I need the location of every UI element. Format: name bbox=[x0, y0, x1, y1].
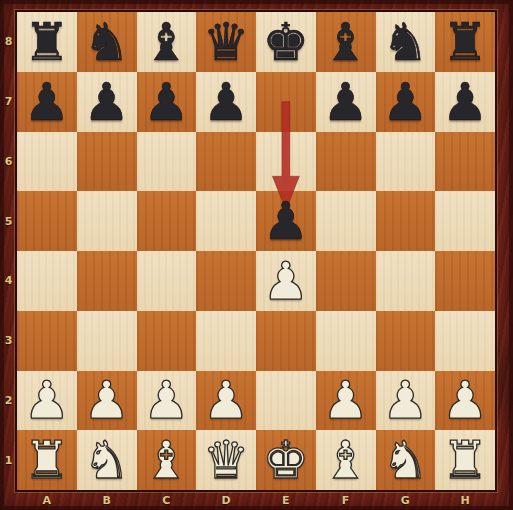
piece-black-pawn-e5[interactable]: ♟ bbox=[263, 195, 310, 247]
square-d2[interactable]: ♟ bbox=[196, 371, 256, 431]
square-e1[interactable]: ♚ bbox=[256, 430, 316, 490]
square-d1[interactable]: ♛ bbox=[196, 430, 256, 490]
piece-white-rook-a1[interactable]: ♜ bbox=[24, 434, 71, 486]
piece-black-pawn-g7[interactable]: ♟ bbox=[382, 76, 429, 128]
piece-black-bishop-f8[interactable]: ♝ bbox=[322, 16, 369, 68]
square-a1[interactable]: ♜ bbox=[17, 430, 77, 490]
file-label-h: H bbox=[435, 490, 495, 510]
piece-black-knight-b8[interactable]: ♞ bbox=[83, 16, 130, 68]
piece-white-knight-b1[interactable]: ♞ bbox=[83, 434, 130, 486]
piece-black-pawn-c7[interactable]: ♟ bbox=[143, 76, 190, 128]
square-f3[interactable] bbox=[316, 311, 376, 371]
square-c3[interactable] bbox=[137, 311, 197, 371]
square-f4[interactable] bbox=[316, 251, 376, 311]
piece-black-pawn-a7[interactable]: ♟ bbox=[24, 76, 71, 128]
piece-white-pawn-f2[interactable]: ♟ bbox=[322, 374, 369, 426]
square-g8[interactable]: ♞ bbox=[376, 12, 436, 72]
file-label-c: C bbox=[137, 490, 197, 510]
square-e8[interactable]: ♚ bbox=[256, 12, 316, 72]
square-g6[interactable] bbox=[376, 132, 436, 192]
piece-white-pawn-b2[interactable]: ♟ bbox=[83, 374, 130, 426]
piece-black-queen-d8[interactable]: ♛ bbox=[203, 16, 250, 68]
piece-white-pawn-d2[interactable]: ♟ bbox=[203, 374, 250, 426]
piece-white-bishop-f1[interactable]: ♝ bbox=[322, 434, 369, 486]
rank-labels: 87654321 bbox=[0, 12, 17, 490]
square-h8[interactable]: ♜ bbox=[435, 12, 495, 72]
file-label-a: A bbox=[17, 490, 77, 510]
square-c4[interactable] bbox=[137, 251, 197, 311]
chess-diagram: 87654321 ♜♞♝♛♚♝♞♜♟♟♟♟♟♟♟♟♟♟♟♟♟♟♟♟♜♞♝♛♚♝♞… bbox=[0, 0, 513, 510]
square-g7[interactable]: ♟ bbox=[376, 72, 436, 132]
square-c6[interactable] bbox=[137, 132, 197, 192]
piece-black-pawn-b7[interactable]: ♟ bbox=[83, 76, 130, 128]
square-b3[interactable] bbox=[77, 311, 137, 371]
square-f6[interactable] bbox=[316, 132, 376, 192]
piece-white-pawn-e4[interactable]: ♟ bbox=[263, 255, 310, 307]
square-c7[interactable]: ♟ bbox=[137, 72, 197, 132]
square-b1[interactable]: ♞ bbox=[77, 430, 137, 490]
square-b2[interactable]: ♟ bbox=[77, 371, 137, 431]
piece-black-pawn-f7[interactable]: ♟ bbox=[322, 76, 369, 128]
square-h6[interactable] bbox=[435, 132, 495, 192]
square-e5[interactable]: ♟ bbox=[256, 191, 316, 251]
square-a3[interactable] bbox=[17, 311, 77, 371]
square-b5[interactable] bbox=[77, 191, 137, 251]
square-d5[interactable] bbox=[196, 191, 256, 251]
square-h5[interactable] bbox=[435, 191, 495, 251]
square-g5[interactable] bbox=[376, 191, 436, 251]
square-b7[interactable]: ♟ bbox=[77, 72, 137, 132]
rank-label-6: 6 bbox=[0, 132, 17, 192]
square-e6[interactable] bbox=[256, 132, 316, 192]
square-c2[interactable]: ♟ bbox=[137, 371, 197, 431]
square-d8[interactable]: ♛ bbox=[196, 12, 256, 72]
square-b6[interactable] bbox=[77, 132, 137, 192]
square-f2[interactable]: ♟ bbox=[316, 371, 376, 431]
square-a2[interactable]: ♟ bbox=[17, 371, 77, 431]
rank-label-3: 3 bbox=[0, 311, 17, 371]
square-e3[interactable] bbox=[256, 311, 316, 371]
square-d6[interactable] bbox=[196, 132, 256, 192]
square-g4[interactable] bbox=[376, 251, 436, 311]
square-f5[interactable] bbox=[316, 191, 376, 251]
square-d3[interactable] bbox=[196, 311, 256, 371]
piece-black-pawn-d7[interactable]: ♟ bbox=[203, 76, 250, 128]
square-a8[interactable]: ♜ bbox=[17, 12, 77, 72]
rank-label-7: 7 bbox=[0, 72, 17, 132]
square-e7[interactable] bbox=[256, 72, 316, 132]
square-g2[interactable]: ♟ bbox=[376, 371, 436, 431]
rank-label-2: 2 bbox=[0, 371, 17, 431]
piece-white-pawn-g2[interactable]: ♟ bbox=[382, 374, 429, 426]
square-g3[interactable] bbox=[376, 311, 436, 371]
rank-label-4: 4 bbox=[0, 251, 17, 311]
rank-label-8: 8 bbox=[0, 12, 17, 72]
square-e2[interactable] bbox=[256, 371, 316, 431]
piece-black-rook-a8[interactable]: ♜ bbox=[24, 16, 71, 68]
piece-black-rook-h8[interactable]: ♜ bbox=[442, 16, 489, 68]
square-f8[interactable]: ♝ bbox=[316, 12, 376, 72]
square-h7[interactable]: ♟ bbox=[435, 72, 495, 132]
piece-white-rook-h1[interactable]: ♜ bbox=[442, 434, 489, 486]
file-labels: ABCDEFGH bbox=[17, 490, 495, 510]
piece-white-pawn-h2[interactable]: ♟ bbox=[442, 374, 489, 426]
square-d4[interactable] bbox=[196, 251, 256, 311]
square-f1[interactable]: ♝ bbox=[316, 430, 376, 490]
square-c5[interactable] bbox=[137, 191, 197, 251]
square-h2[interactable]: ♟ bbox=[435, 371, 495, 431]
piece-white-pawn-a2[interactable]: ♟ bbox=[24, 374, 71, 426]
piece-white-queen-d1[interactable]: ♛ bbox=[203, 434, 250, 486]
square-c8[interactable]: ♝ bbox=[137, 12, 197, 72]
piece-black-pawn-h7[interactable]: ♟ bbox=[442, 76, 489, 128]
square-d7[interactable]: ♟ bbox=[196, 72, 256, 132]
square-e4[interactable]: ♟ bbox=[256, 251, 316, 311]
square-g1[interactable]: ♞ bbox=[376, 430, 436, 490]
file-label-g: G bbox=[376, 490, 436, 510]
piece-black-bishop-c8[interactable]: ♝ bbox=[143, 16, 190, 68]
file-label-d: D bbox=[196, 490, 256, 510]
square-h4[interactable] bbox=[435, 251, 495, 311]
square-a6[interactable] bbox=[17, 132, 77, 192]
square-c1[interactable]: ♝ bbox=[137, 430, 197, 490]
rank-label-1: 1 bbox=[0, 430, 17, 490]
square-a7[interactable]: ♟ bbox=[17, 72, 77, 132]
chess-board: ♜♞♝♛♚♝♞♜♟♟♟♟♟♟♟♟♟♟♟♟♟♟♟♟♜♞♝♛♚♝♞♜ bbox=[17, 12, 495, 490]
rank-label-5: 5 bbox=[0, 191, 17, 251]
piece-white-bishop-c1[interactable]: ♝ bbox=[143, 434, 190, 486]
square-b8[interactable]: ♞ bbox=[77, 12, 137, 72]
piece-white-knight-g1[interactable]: ♞ bbox=[382, 434, 429, 486]
file-label-b: B bbox=[77, 490, 137, 510]
square-b4[interactable] bbox=[77, 251, 137, 311]
piece-black-knight-g8[interactable]: ♞ bbox=[382, 16, 429, 68]
square-a5[interactable] bbox=[17, 191, 77, 251]
piece-black-king-e8[interactable]: ♚ bbox=[263, 16, 310, 68]
piece-white-pawn-c2[interactable]: ♟ bbox=[143, 374, 190, 426]
square-h3[interactable] bbox=[435, 311, 495, 371]
file-label-e: E bbox=[256, 490, 316, 510]
square-h1[interactable]: ♜ bbox=[435, 430, 495, 490]
square-a4[interactable] bbox=[17, 251, 77, 311]
square-f7[interactable]: ♟ bbox=[316, 72, 376, 132]
piece-white-king-e1[interactable]: ♚ bbox=[263, 434, 310, 486]
file-label-f: F bbox=[316, 490, 376, 510]
